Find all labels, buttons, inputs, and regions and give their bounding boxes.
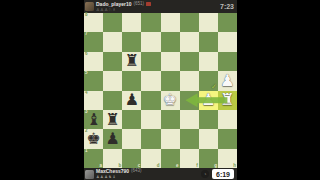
square-h2[interactable] [218, 129, 237, 148]
square-h7[interactable] [218, 32, 237, 51]
square-d5[interactable] [141, 71, 160, 90]
square-d6[interactable] [141, 52, 160, 71]
square-d3[interactable] [141, 110, 160, 129]
square-c3[interactable] [122, 110, 141, 129]
square-h6[interactable] [218, 52, 237, 71]
square-f5[interactable] [180, 71, 199, 90]
app-column: Dado_player10 (651) ♙♙♙♘♗ 7:23 876♜5♟4♟♚… [84, 0, 237, 180]
square-f3[interactable] [180, 110, 199, 129]
top-player-bar: Dado_player10 (651) ♙♙♙♘♗ 7:23 [84, 0, 237, 13]
square-c2[interactable] [122, 129, 141, 148]
square-h8[interactable] [218, 13, 237, 32]
square-c4[interactable]: ♟ [122, 91, 141, 110]
square-b5[interactable] [103, 71, 122, 90]
square-b2[interactable]: ♟ [103, 129, 122, 148]
square-e3[interactable] [161, 110, 180, 129]
square-g3[interactable] [199, 110, 218, 129]
video-frame: Dado_player10 (651) ♙♙♙♘♗ 7:23 876♜5♟4♟♚… [0, 0, 320, 180]
square-g6[interactable] [199, 52, 218, 71]
square-g8[interactable] [199, 13, 218, 32]
bottom-player-rating: (643) [131, 169, 142, 174]
top-captured-pieces: ♙♙♙♘♗ [96, 8, 220, 12]
square-b7[interactable] [103, 32, 122, 51]
piece-black-bishop[interactable]: ♝ [86, 111, 100, 127]
square-g7[interactable] [199, 32, 218, 51]
square-f6[interactable] [180, 52, 199, 71]
square-h5[interactable]: ♟ [218, 71, 237, 90]
square-b4[interactable] [103, 91, 122, 110]
square-c6[interactable]: ♜ [122, 52, 141, 71]
square-f1[interactable]: f [180, 149, 199, 168]
square-e7[interactable] [161, 32, 180, 51]
square-c5[interactable] [122, 71, 141, 90]
square-e5[interactable] [161, 71, 180, 90]
square-a4[interactable]: 4 [84, 91, 103, 110]
piece-black-pawn-b[interactable]: ♟ [106, 130, 120, 146]
square-b8[interactable] [103, 13, 122, 32]
piece-black-rook-b[interactable]: ♜ [106, 111, 120, 127]
square-d7[interactable] [141, 32, 160, 51]
country-flag-icon [146, 2, 151, 6]
square-f2[interactable] [180, 129, 199, 148]
square-e6[interactable] [161, 52, 180, 71]
rank-label-4: 4 [85, 91, 88, 96]
piece-black-king[interactable]: ♚ [86, 130, 100, 146]
square-d8[interactable] [141, 13, 160, 32]
square-d2[interactable] [141, 129, 160, 148]
rank-label-1: 1 [85, 149, 88, 154]
square-a2[interactable]: 2♚ [84, 129, 103, 148]
square-f7[interactable] [180, 32, 199, 51]
top-player-clock: 7:23 [220, 3, 234, 10]
piece-white-rook[interactable]: ♜ [220, 92, 234, 108]
square-a3[interactable]: 3♝ [84, 110, 103, 129]
top-player-rating: (651) [134, 2, 145, 7]
square-c7[interactable] [122, 32, 141, 51]
square-g5[interactable] [199, 71, 218, 90]
square-e2[interactable] [161, 129, 180, 148]
square-b3[interactable]: ♜ [103, 110, 122, 129]
rank-label-6: 6 [85, 52, 88, 57]
square-e1[interactable]: e [161, 149, 180, 168]
rank-label-5: 5 [85, 71, 88, 76]
piece-white-pawn-h[interactable]: ♟ [220, 72, 234, 88]
square-a1[interactable]: 1a [84, 149, 103, 168]
square-b6[interactable] [103, 52, 122, 71]
square-b1[interactable]: b [103, 149, 122, 168]
bottom-captured-pieces: ♟♟♟♞♝ [96, 175, 201, 179]
square-g4[interactable]: ♟ [199, 91, 218, 110]
rank-label-8: 8 [85, 13, 88, 18]
square-e8[interactable] [161, 13, 180, 32]
square-g1[interactable]: g [199, 149, 218, 168]
piece-black-pawn-c[interactable]: ♟ [125, 92, 139, 108]
square-g2[interactable] [199, 129, 218, 148]
square-c1[interactable]: c [122, 149, 141, 168]
square-a5[interactable]: 5 [84, 71, 103, 90]
square-h1[interactable]: h [218, 149, 237, 168]
square-c8[interactable] [122, 13, 141, 32]
square-h4[interactable]: ♜ [218, 91, 237, 110]
top-player-name[interactable]: Dado_player10 [96, 2, 132, 7]
square-d4[interactable] [141, 91, 160, 110]
square-e4[interactable]: ♚ [161, 91, 180, 110]
timer-icon[interactable]: ◔ [201, 170, 209, 178]
bottom-player-avatar[interactable] [85, 170, 94, 179]
chess-board[interactable]: 876♜5♟4♟♚♟♜3♝♜2♚♟1abcdefgh [84, 13, 237, 168]
square-d1[interactable]: d [141, 149, 160, 168]
rank-label-7: 7 [85, 32, 88, 37]
bottom-player-clock: 6:19 [212, 169, 234, 179]
square-a8[interactable]: 8 [84, 13, 103, 32]
top-player-avatar[interactable] [85, 2, 94, 11]
square-f8[interactable] [180, 13, 199, 32]
square-f4[interactable] [180, 91, 199, 110]
piece-white-king[interactable]: ♚ [163, 92, 177, 108]
bottom-player-bar: MaxChess790 (643) ♟♟♟♞♝ ◔ 6:19 [84, 168, 237, 180]
piece-black-rook[interactable]: ♜ [125, 53, 139, 69]
square-a7[interactable]: 7 [84, 32, 103, 51]
piece-white-pawn-g[interactable]: ♟ [201, 92, 215, 108]
square-h3[interactable] [218, 110, 237, 129]
square-a6[interactable]: 6 [84, 52, 103, 71]
